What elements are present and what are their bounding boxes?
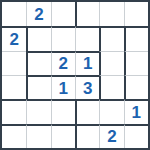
cell-r6c3[interactable] <box>51 124 75 148</box>
cell-r2c3[interactable] <box>51 26 75 50</box>
cell-r1c2: 2 <box>26 2 50 26</box>
cell-r4c4: 3 <box>75 75 99 99</box>
given-digit: 3 <box>83 80 92 97</box>
cell-r4c6[interactable] <box>124 75 148 99</box>
cell-r3c1[interactable] <box>2 51 26 75</box>
cell-r1c4[interactable] <box>75 2 99 26</box>
given-digit: 2 <box>34 6 43 23</box>
cell-r3c5[interactable] <box>99 51 123 75</box>
cell-r6c2[interactable] <box>26 124 50 148</box>
cell-r6c6[interactable] <box>124 124 148 148</box>
cell-r5c2[interactable] <box>26 99 50 123</box>
cell-r4c1[interactable] <box>2 75 26 99</box>
puzzle-board: 22211312 <box>0 0 150 150</box>
cell-r5c3[interactable] <box>51 99 75 123</box>
cell-r3c6[interactable] <box>124 51 148 75</box>
cell-r3c2[interactable] <box>26 51 50 75</box>
given-digit: 2 <box>9 31 18 48</box>
cell-r3c4: 1 <box>75 51 99 75</box>
cell-r6c1[interactable] <box>2 124 26 148</box>
given-digit: 2 <box>107 128 116 145</box>
cell-r5c5[interactable] <box>99 99 123 123</box>
cell-r2c1: 2 <box>2 26 26 50</box>
cell-r1c3[interactable] <box>51 2 75 26</box>
cell-r4c2[interactable] <box>26 75 50 99</box>
cell-r2c6[interactable] <box>124 26 148 50</box>
cell-r4c5[interactable] <box>99 75 123 99</box>
cell-r6c4[interactable] <box>75 124 99 148</box>
cell-r5c4[interactable] <box>75 99 99 123</box>
cell-r4c3: 1 <box>51 75 75 99</box>
cell-r5c6: 1 <box>124 99 148 123</box>
given-digit: 2 <box>59 55 68 72</box>
given-digit: 1 <box>59 80 68 97</box>
cell-r1c1[interactable] <box>2 2 26 26</box>
cell-r1c6[interactable] <box>124 2 148 26</box>
given-digit: 1 <box>132 104 141 121</box>
cell-r1c5[interactable] <box>99 2 123 26</box>
cell-r2c2[interactable] <box>26 26 50 50</box>
cell-r2c4[interactable] <box>75 26 99 50</box>
cell-r6c5: 2 <box>99 124 123 148</box>
cell-r2c5[interactable] <box>99 26 123 50</box>
cell-r5c1[interactable] <box>2 99 26 123</box>
cell-r3c3: 2 <box>51 51 75 75</box>
given-digit: 1 <box>83 55 92 72</box>
